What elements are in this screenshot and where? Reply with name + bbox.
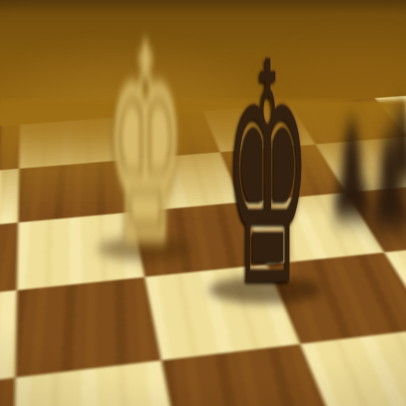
top-shade-band [0, 0, 406, 14]
photo-vignette [0, 0, 406, 406]
chess-photo-scene: ♚ ♚ ♟ ♟ ♟ [0, 0, 406, 406]
